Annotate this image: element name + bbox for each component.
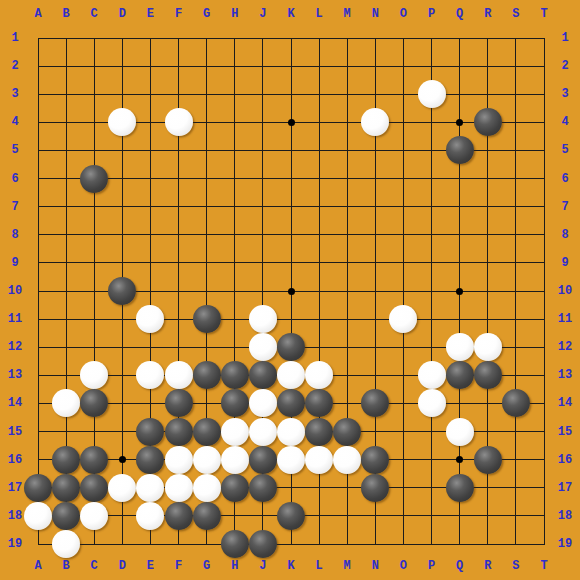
stone-white[interactable]	[136, 502, 164, 530]
stone-white[interactable]	[305, 446, 333, 474]
stone-black[interactable]	[361, 474, 389, 502]
col-label-bottom: B	[52, 559, 80, 573]
stone-black[interactable]	[193, 305, 221, 333]
go-board[interactable]: AA11BB22CC33DD44EE55FF66GG77HH88JJ99KK10…	[0, 0, 580, 580]
col-label-top: B	[52, 7, 80, 21]
grid-line-horizontal	[38, 66, 545, 67]
row-label-left: 9	[1, 256, 29, 270]
col-label-bottom: P	[418, 559, 446, 573]
stone-black[interactable]	[446, 361, 474, 389]
grid-line-vertical	[403, 38, 404, 545]
stone-black[interactable]	[446, 474, 474, 502]
row-label-left: 13	[1, 368, 29, 382]
row-label-left: 2	[1, 59, 29, 73]
stone-white[interactable]	[249, 418, 277, 446]
col-label-bottom: L	[305, 559, 333, 573]
row-label-left: 16	[1, 453, 29, 467]
stone-black[interactable]	[305, 389, 333, 417]
stone-black[interactable]	[277, 389, 305, 417]
stone-white[interactable]	[165, 361, 193, 389]
col-label-bottom: C	[80, 559, 108, 573]
stone-black[interactable]	[277, 502, 305, 530]
row-label-left: 11	[1, 312, 29, 326]
row-label-right: 6	[551, 172, 579, 186]
stone-white[interactable]	[136, 361, 164, 389]
row-label-left: 4	[1, 115, 29, 129]
stone-black[interactable]	[474, 361, 502, 389]
stone-black[interactable]	[221, 474, 249, 502]
stone-black[interactable]	[52, 446, 80, 474]
grid-line-vertical	[38, 38, 39, 545]
stone-white[interactable]	[52, 530, 80, 558]
col-label-bottom: T	[530, 559, 558, 573]
stone-white[interactable]	[418, 389, 446, 417]
stone-black[interactable]	[361, 389, 389, 417]
stone-white[interactable]	[474, 333, 502, 361]
stone-black[interactable]	[502, 389, 530, 417]
star-point	[288, 288, 295, 295]
grid-line-horizontal	[38, 262, 545, 263]
stone-white[interactable]	[277, 361, 305, 389]
row-label-left: 6	[1, 172, 29, 186]
col-label-top: K	[277, 7, 305, 21]
row-label-right: 18	[551, 509, 579, 523]
grid-line-horizontal	[38, 38, 545, 39]
col-label-top: D	[108, 7, 136, 21]
star-point	[288, 119, 295, 126]
stone-black[interactable]	[193, 361, 221, 389]
row-label-right: 17	[551, 481, 579, 495]
stone-black[interactable]	[80, 474, 108, 502]
row-label-right: 14	[551, 396, 579, 410]
stone-white[interactable]	[165, 446, 193, 474]
grid-line-horizontal	[38, 544, 545, 545]
col-label-top: N	[361, 7, 389, 21]
stone-black[interactable]	[249, 446, 277, 474]
grid-line-horizontal	[38, 178, 545, 179]
col-label-top: L	[305, 7, 333, 21]
col-label-top: J	[249, 7, 277, 21]
stone-white[interactable]	[249, 333, 277, 361]
stone-black[interactable]	[136, 418, 164, 446]
row-label-right: 2	[551, 59, 579, 73]
grid-line-vertical	[515, 38, 516, 545]
col-label-top: F	[165, 7, 193, 21]
stone-white[interactable]	[249, 305, 277, 333]
row-label-right: 19	[551, 537, 579, 551]
stone-white[interactable]	[418, 80, 446, 108]
row-label-right: 8	[551, 228, 579, 242]
stone-white[interactable]	[193, 446, 221, 474]
col-label-top: T	[530, 7, 558, 21]
stone-white[interactable]	[136, 305, 164, 333]
col-label-bottom: A	[24, 559, 52, 573]
col-label-bottom: E	[136, 559, 164, 573]
star-point	[456, 456, 463, 463]
row-label-left: 8	[1, 228, 29, 242]
row-label-right: 15	[551, 425, 579, 439]
stone-white[interactable]	[221, 446, 249, 474]
col-label-top: Q	[446, 7, 474, 21]
row-label-right: 3	[551, 87, 579, 101]
col-label-bottom: J	[249, 559, 277, 573]
col-label-bottom: N	[361, 559, 389, 573]
col-label-top: S	[502, 7, 530, 21]
stone-white[interactable]	[249, 389, 277, 417]
stone-black[interactable]	[193, 502, 221, 530]
stone-white[interactable]	[446, 333, 474, 361]
stone-black[interactable]	[80, 389, 108, 417]
col-label-top: A	[24, 7, 52, 21]
stone-white[interactable]	[446, 418, 474, 446]
stone-black[interactable]	[52, 474, 80, 502]
col-label-top: H	[221, 7, 249, 21]
stone-black[interactable]	[446, 136, 474, 164]
col-label-top: G	[193, 7, 221, 21]
col-label-bottom: S	[502, 559, 530, 573]
grid-line-vertical	[431, 38, 432, 545]
grid-line-horizontal	[38, 234, 545, 235]
row-label-right: 4	[551, 115, 579, 129]
stone-white[interactable]	[361, 108, 389, 136]
star-point	[456, 119, 463, 126]
col-label-bottom: H	[221, 559, 249, 573]
row-label-left: 10	[1, 284, 29, 298]
grid-line-vertical	[544, 38, 545, 545]
stone-black[interactable]	[165, 502, 193, 530]
row-label-left: 12	[1, 340, 29, 354]
row-label-right: 12	[551, 340, 579, 354]
col-label-top: R	[474, 7, 502, 21]
stone-white[interactable]	[277, 446, 305, 474]
row-label-left: 5	[1, 143, 29, 157]
stone-black[interactable]	[136, 446, 164, 474]
row-label-left: 3	[1, 87, 29, 101]
stone-black[interactable]	[221, 389, 249, 417]
stone-black[interactable]	[165, 418, 193, 446]
stone-white[interactable]	[221, 418, 249, 446]
row-label-right: 16	[551, 453, 579, 467]
stone-black[interactable]	[249, 361, 277, 389]
stone-white[interactable]	[165, 108, 193, 136]
stone-black[interactable]	[193, 418, 221, 446]
stone-white[interactable]	[108, 108, 136, 136]
stone-white[interactable]	[24, 502, 52, 530]
row-label-left: 7	[1, 200, 29, 214]
col-label-top: P	[418, 7, 446, 21]
stone-black[interactable]	[80, 165, 108, 193]
col-label-bottom: M	[333, 559, 361, 573]
stone-black[interactable]	[474, 446, 502, 474]
stone-white[interactable]	[389, 305, 417, 333]
stone-white[interactable]	[277, 418, 305, 446]
row-label-right: 11	[551, 312, 579, 326]
stone-white[interactable]	[136, 474, 164, 502]
row-label-right: 7	[551, 200, 579, 214]
col-label-top: E	[136, 7, 164, 21]
stone-white[interactable]	[418, 361, 446, 389]
stone-white[interactable]	[193, 474, 221, 502]
grid-line-horizontal	[38, 206, 545, 207]
stone-black[interactable]	[221, 530, 249, 558]
row-label-left: 14	[1, 396, 29, 410]
col-label-bottom: R	[474, 559, 502, 573]
stone-white[interactable]	[52, 389, 80, 417]
stone-black[interactable]	[361, 446, 389, 474]
stone-black[interactable]	[165, 389, 193, 417]
col-label-top: C	[80, 7, 108, 21]
col-label-bottom: Q	[446, 559, 474, 573]
row-label-right: 13	[551, 368, 579, 382]
col-label-bottom: O	[389, 559, 417, 573]
stone-white[interactable]	[165, 474, 193, 502]
star-point	[456, 288, 463, 295]
stone-black[interactable]	[249, 474, 277, 502]
col-label-bottom: G	[193, 559, 221, 573]
grid-line-horizontal	[38, 319, 545, 320]
row-label-right: 9	[551, 256, 579, 270]
col-label-top: O	[389, 7, 417, 21]
row-label-left: 15	[1, 425, 29, 439]
row-label-left: 1	[1, 31, 29, 45]
stone-black[interactable]	[80, 446, 108, 474]
row-label-right: 5	[551, 143, 579, 157]
stone-white[interactable]	[108, 474, 136, 502]
stone-white[interactable]	[305, 361, 333, 389]
stone-black[interactable]	[305, 418, 333, 446]
stone-black[interactable]	[474, 108, 502, 136]
row-label-right: 10	[551, 284, 579, 298]
col-label-bottom: F	[165, 559, 193, 573]
stone-white[interactable]	[80, 502, 108, 530]
stone-white[interactable]	[80, 361, 108, 389]
row-label-right: 1	[551, 31, 579, 45]
star-point	[119, 456, 126, 463]
stone-black[interactable]	[277, 333, 305, 361]
stone-black[interactable]	[249, 530, 277, 558]
col-label-top: M	[333, 7, 361, 21]
stone-white[interactable]	[333, 446, 361, 474]
grid-line-horizontal	[38, 94, 545, 95]
col-label-bottom: K	[277, 559, 305, 573]
stone-black[interactable]	[221, 361, 249, 389]
row-label-left: 19	[1, 537, 29, 551]
col-label-bottom: D	[108, 559, 136, 573]
stone-black[interactable]	[52, 502, 80, 530]
stone-black[interactable]	[24, 474, 52, 502]
stone-black[interactable]	[108, 277, 136, 305]
stone-black[interactable]	[333, 418, 361, 446]
